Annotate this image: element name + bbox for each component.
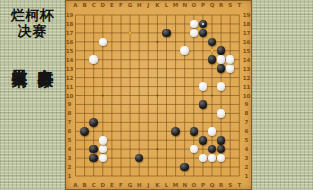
- stone-black-P9[interactable]: [199, 100, 208, 109]
- left-info-panel: 烂柯杯 决赛 黑申真谞 白辜梓豪: [0, 0, 65, 190]
- stone-black-C7[interactable]: [89, 118, 98, 127]
- event-title-line2: 决赛: [0, 23, 65, 39]
- right-mat-panel: [252, 0, 313, 190]
- go-board[interactable]: AABBCCDDEEFFGGHHJJKKLLMMNNOOPPQQRRSSTT19…: [65, 0, 252, 190]
- players-names: 黑申真谞 白辜梓豪: [0, 56, 65, 60]
- white-player-column: 白辜梓豪: [36, 56, 56, 60]
- stone-white-D16[interactable]: [99, 38, 108, 47]
- stone-black-L17[interactable]: [162, 29, 171, 38]
- stone-black-O6[interactable]: [190, 127, 199, 136]
- stone-white-C14[interactable]: [89, 55, 98, 64]
- go-app-screen: 烂柯杯 决赛 黑申真谞 白辜梓豪 AABBCCDDEEFFGGHHJJKKLLM…: [0, 0, 313, 190]
- stone-white-N15[interactable]: [180, 46, 189, 55]
- event-title: 烂柯杯 决赛: [0, 7, 65, 39]
- stone-white-D5[interactable]: [99, 136, 108, 145]
- stone-black-P5[interactable]: [199, 136, 208, 145]
- stone-black-M6[interactable]: [171, 127, 180, 136]
- black-player-column: 黑申真谞: [10, 56, 30, 60]
- event-title-line1: 烂柯杯: [0, 7, 65, 23]
- stone-white-P11[interactable]: [199, 82, 208, 91]
- stone-white-R8[interactable]: [217, 109, 226, 118]
- stone-black-B6[interactable]: [80, 127, 89, 136]
- stone-black-R5[interactable]: [217, 136, 226, 145]
- stone-white-Q6[interactable]: [208, 127, 217, 136]
